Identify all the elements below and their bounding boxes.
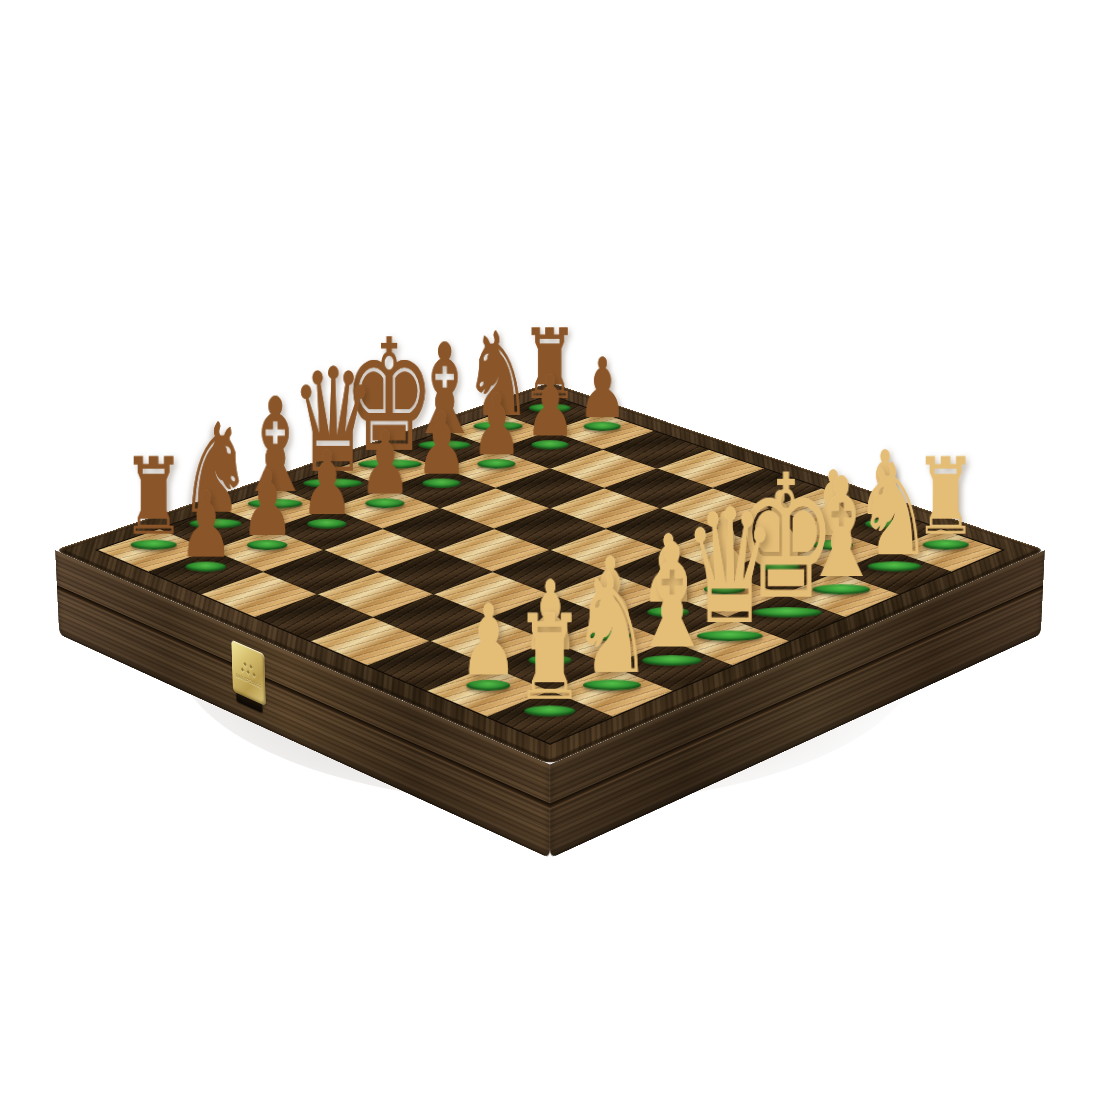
chess-box: ♜♟♞♟♝♟♚♟♛♟♝♟♟♞♜♟♟♜♞♟♟♝♟♚♟♛♟♝♟♞♟♜ ◆ ◆ ◆ ◆… bbox=[55, 382, 1045, 764]
black-pawn-glyph: ♟ bbox=[179, 480, 233, 571]
piece-black-pawn[interactable]: ♟ bbox=[148, 550, 263, 594]
brass-clasp: ◆ ◆ ◆ ◆ ◆ MANOPOULOS bbox=[231, 640, 266, 707]
product-photo-stage: ♜♟♞♟♝♟♚♟♛♟♝♟♟♞♜♟♟♜♞♟♟♝♟♚♟♛♟♝♟♞♟♜ ◆ ◆ ◆ ◆… bbox=[0, 0, 1100, 1100]
piece-white-rook[interactable]: ♜ bbox=[487, 691, 612, 744]
white-rook-glyph: ♜ bbox=[515, 600, 585, 718]
